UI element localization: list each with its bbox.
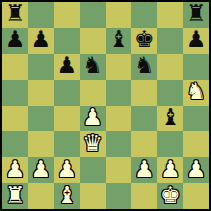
square-e4[interactable] [106, 106, 132, 132]
square-h2[interactable]: ♟ [183, 157, 209, 183]
white-knight[interactable]: ♞ [186, 80, 207, 103]
square-h8[interactable]: ♜ [183, 2, 209, 28]
square-f2[interactable]: ♟ [131, 157, 157, 183]
square-g3[interactable] [157, 131, 183, 157]
square-a8[interactable]: ♜ [2, 2, 28, 28]
square-h4[interactable] [183, 106, 209, 132]
white-rook[interactable]: ♜ [5, 184, 26, 207]
chess-board: ♜♜♟♟♝♚♟♟♞♞♞♟♝♛♟♟♟♟♟♟♜♝♚ [2, 2, 209, 209]
black-bishop[interactable]: ♝ [108, 28, 129, 51]
square-e2[interactable] [106, 157, 132, 183]
square-d8[interactable] [80, 2, 106, 28]
square-g7[interactable] [157, 28, 183, 54]
black-pawn[interactable]: ♟ [56, 54, 77, 77]
square-g4[interactable]: ♝ [157, 106, 183, 132]
white-pawn[interactable]: ♟ [160, 158, 181, 181]
square-a2[interactable]: ♟ [2, 157, 28, 183]
square-b6[interactable] [28, 54, 54, 80]
square-e6[interactable] [106, 54, 132, 80]
square-a6[interactable] [2, 54, 28, 80]
black-king[interactable]: ♚ [134, 28, 155, 51]
square-h7[interactable]: ♟ [183, 28, 209, 54]
square-f4[interactable] [131, 106, 157, 132]
square-g5[interactable] [157, 80, 183, 106]
square-a7[interactable]: ♟ [2, 28, 28, 54]
square-d6[interactable]: ♞ [80, 54, 106, 80]
square-h5[interactable]: ♞ [183, 80, 209, 106]
square-h6[interactable] [183, 54, 209, 80]
white-pawn[interactable]: ♟ [186, 158, 207, 181]
square-f7[interactable]: ♚ [131, 28, 157, 54]
square-a3[interactable] [2, 131, 28, 157]
square-b8[interactable] [28, 2, 54, 28]
square-b2[interactable]: ♟ [28, 157, 54, 183]
square-f8[interactable] [131, 2, 157, 28]
square-c2[interactable]: ♟ [54, 157, 80, 183]
square-f5[interactable] [131, 80, 157, 106]
square-c5[interactable] [54, 80, 80, 106]
black-rook[interactable]: ♜ [5, 2, 26, 25]
square-b3[interactable] [28, 131, 54, 157]
square-c1[interactable]: ♝ [54, 183, 80, 209]
square-d3[interactable]: ♛ [80, 131, 106, 157]
white-bishop[interactable]: ♝ [56, 184, 77, 207]
square-g2[interactable]: ♟ [157, 157, 183, 183]
square-g6[interactable] [157, 54, 183, 80]
square-a1[interactable]: ♜ [2, 183, 28, 209]
black-pawn[interactable]: ♟ [31, 28, 52, 51]
square-c4[interactable] [54, 106, 80, 132]
square-a4[interactable] [2, 106, 28, 132]
square-d5[interactable] [80, 80, 106, 106]
black-bishop[interactable]: ♝ [160, 106, 181, 129]
square-h1[interactable] [183, 183, 209, 209]
square-h3[interactable] [183, 131, 209, 157]
square-c3[interactable] [54, 131, 80, 157]
white-king[interactable]: ♚ [160, 184, 181, 207]
chess-board-frame: ♜♜♟♟♝♚♟♟♞♞♞♟♝♛♟♟♟♟♟♟♜♝♚ [0, 0, 211, 211]
square-f1[interactable] [131, 183, 157, 209]
black-pawn[interactable]: ♟ [5, 28, 26, 51]
square-g1[interactable]: ♚ [157, 183, 183, 209]
white-pawn[interactable]: ♟ [56, 158, 77, 181]
square-e3[interactable] [106, 131, 132, 157]
black-rook[interactable]: ♜ [186, 2, 207, 25]
square-f3[interactable] [131, 131, 157, 157]
square-c6[interactable]: ♟ [54, 54, 80, 80]
white-pawn[interactable]: ♟ [82, 106, 103, 129]
white-pawn[interactable]: ♟ [134, 158, 155, 181]
white-pawn[interactable]: ♟ [5, 158, 26, 181]
square-c8[interactable] [54, 2, 80, 28]
square-d2[interactable] [80, 157, 106, 183]
square-b5[interactable] [28, 80, 54, 106]
square-b1[interactable] [28, 183, 54, 209]
square-d7[interactable] [80, 28, 106, 54]
black-knight[interactable]: ♞ [82, 54, 103, 77]
square-c7[interactable] [54, 28, 80, 54]
square-e7[interactable]: ♝ [106, 28, 132, 54]
square-f6[interactable]: ♞ [131, 54, 157, 80]
white-queen[interactable]: ♛ [82, 132, 103, 155]
square-g8[interactable] [157, 2, 183, 28]
square-e8[interactable] [106, 2, 132, 28]
square-e5[interactable] [106, 80, 132, 106]
white-pawn[interactable]: ♟ [31, 158, 52, 181]
square-a5[interactable] [2, 80, 28, 106]
square-b4[interactable] [28, 106, 54, 132]
square-b7[interactable]: ♟ [28, 28, 54, 54]
black-pawn[interactable]: ♟ [186, 28, 207, 51]
black-knight[interactable]: ♞ [134, 54, 155, 77]
square-e1[interactable] [106, 183, 132, 209]
square-d4[interactable]: ♟ [80, 106, 106, 132]
square-d1[interactable] [80, 183, 106, 209]
